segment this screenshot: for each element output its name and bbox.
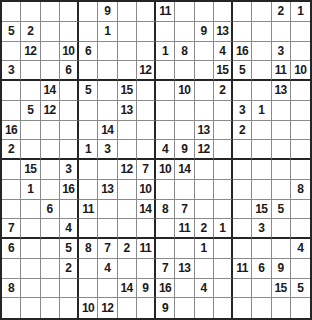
cell-r13c7-given[interactable]: 2: [118, 239, 137, 259]
cell-r11c5-given[interactable]: 11: [79, 200, 98, 220]
cell-r13c11-given[interactable]: 1: [195, 239, 214, 259]
cell-r14c6-given[interactable]: 4: [98, 259, 117, 279]
cell-r3c10-given[interactable]: 8: [175, 42, 194, 62]
cell-r7c4-empty[interactable]: [60, 121, 79, 141]
cell-r16c7-empty[interactable]: [118, 298, 137, 318]
cell-r2c13-empty[interactable]: [233, 22, 252, 42]
cell-r3c4-given[interactable]: 10: [60, 42, 79, 62]
cell-r2c14-empty[interactable]: [252, 22, 271, 42]
cell-r5c13-empty[interactable]: [233, 81, 252, 101]
cell-r5c11-empty[interactable]: [195, 81, 214, 101]
cell-r15c2-empty[interactable]: [21, 279, 40, 299]
cell-r11c6-empty[interactable]: [98, 200, 117, 220]
cell-r13c9-empty[interactable]: [156, 239, 175, 259]
cell-r1c9-given[interactable]: 11: [156, 2, 175, 22]
cell-r11c15-given[interactable]: 5: [272, 200, 291, 220]
cell-r15c8-given[interactable]: 9: [137, 279, 156, 299]
cell-r15c6-empty[interactable]: [98, 279, 117, 299]
cell-r9c10-given[interactable]: 14: [175, 160, 194, 180]
cell-r1c5-empty[interactable]: [79, 2, 98, 22]
cell-r4c5-empty[interactable]: [79, 61, 98, 81]
cell-r8c11-given[interactable]: 12: [195, 140, 214, 160]
cell-r6c2-given[interactable]: 5: [21, 101, 40, 121]
cell-r1c16-given[interactable]: 1: [291, 2, 310, 22]
cell-r7c2-empty[interactable]: [21, 121, 40, 141]
cell-r14c7-empty[interactable]: [118, 259, 137, 279]
cell-r14c16-empty[interactable]: [291, 259, 310, 279]
cell-r3c14-empty[interactable]: [252, 42, 271, 62]
cell-r1c6-given[interactable]: 9: [98, 2, 117, 22]
cell-r7c6-given[interactable]: 14: [98, 121, 117, 141]
cell-r3c16-empty[interactable]: [291, 42, 310, 62]
cell-r3c12-given[interactable]: 4: [214, 42, 233, 62]
cell-r1c11-empty[interactable]: [195, 2, 214, 22]
cell-r5c2-empty[interactable]: [21, 81, 40, 101]
cell-r9c14-empty[interactable]: [252, 160, 271, 180]
cell-r13c15-empty[interactable]: [272, 239, 291, 259]
cell-r2c10-empty[interactable]: [175, 22, 194, 42]
cell-r16c5-given[interactable]: 10: [79, 298, 98, 318]
cell-r8c13-empty[interactable]: [233, 140, 252, 160]
cell-r12c4-given[interactable]: 4: [60, 219, 79, 239]
cell-r10c3-empty[interactable]: [41, 180, 60, 200]
cell-r3c11-empty[interactable]: [195, 42, 214, 62]
cell-r16c10-empty[interactable]: [175, 298, 194, 318]
cell-r4c7-empty[interactable]: [118, 61, 137, 81]
cell-r7c10-empty[interactable]: [175, 121, 194, 141]
cell-r14c8-empty[interactable]: [137, 259, 156, 279]
cell-r12c6-empty[interactable]: [98, 219, 117, 239]
cell-r12c10-given[interactable]: 11: [175, 219, 194, 239]
cell-r10c7-empty[interactable]: [118, 180, 137, 200]
cell-r11c2-empty[interactable]: [21, 200, 40, 220]
cell-r7c1-given[interactable]: 16: [2, 121, 21, 141]
cell-r10c11-empty[interactable]: [195, 180, 214, 200]
cell-r10c12-empty[interactable]: [214, 180, 233, 200]
cell-r16c12-empty[interactable]: [214, 298, 233, 318]
cell-r14c4-given[interactable]: 2: [60, 259, 79, 279]
cell-r8c2-empty[interactable]: [21, 140, 40, 160]
cell-r1c2-empty[interactable]: [21, 2, 40, 22]
cell-r4c13-given[interactable]: 5: [233, 61, 252, 81]
cell-r4c11-empty[interactable]: [195, 61, 214, 81]
cell-r1c8-empty[interactable]: [137, 2, 156, 22]
cell-r2c2-given[interactable]: 2: [21, 22, 40, 42]
cell-r10c15-empty[interactable]: [272, 180, 291, 200]
cell-r10c4-given[interactable]: 16: [60, 180, 79, 200]
cell-r2c5-empty[interactable]: [79, 22, 98, 42]
cell-r7c5-empty[interactable]: [79, 121, 98, 141]
cell-r12c16-empty[interactable]: [291, 219, 310, 239]
cell-r6c5-empty[interactable]: [79, 101, 98, 121]
cell-r5c9-empty[interactable]: [156, 81, 175, 101]
cell-r5c15-given[interactable]: 13: [272, 81, 291, 101]
cell-r8c15-empty[interactable]: [272, 140, 291, 160]
cell-r5c16-empty[interactable]: [291, 81, 310, 101]
cell-r1c12-empty[interactable]: [214, 2, 233, 22]
cell-r11c16-empty[interactable]: [291, 200, 310, 220]
cell-r13c10-empty[interactable]: [175, 239, 194, 259]
cell-r9c16-empty[interactable]: [291, 160, 310, 180]
cell-r7c11-given[interactable]: 13: [195, 121, 214, 141]
cell-r9c1-empty[interactable]: [2, 160, 21, 180]
cell-r11c3-given[interactable]: 6: [41, 200, 60, 220]
cell-r3c15-given[interactable]: 3: [272, 42, 291, 62]
cell-r16c3-empty[interactable]: [41, 298, 60, 318]
cell-r16c9-given[interactable]: 9: [156, 298, 175, 318]
cell-r10c1-empty[interactable]: [2, 180, 21, 200]
cell-r4c6-empty[interactable]: [98, 61, 117, 81]
cell-r1c7-empty[interactable]: [118, 2, 137, 22]
cell-r3c13-given[interactable]: 16: [233, 42, 252, 62]
cell-r1c10-empty[interactable]: [175, 2, 194, 22]
cell-r13c5-given[interactable]: 8: [79, 239, 98, 259]
cell-r13c12-empty[interactable]: [214, 239, 233, 259]
cell-r6c10-empty[interactable]: [175, 101, 194, 121]
cell-r3c6-empty[interactable]: [98, 42, 117, 62]
cell-r8c1-given[interactable]: 2: [2, 140, 21, 160]
cell-r5c8-empty[interactable]: [137, 81, 156, 101]
cell-r11c1-empty[interactable]: [2, 200, 21, 220]
cell-r9c15-empty[interactable]: [272, 160, 291, 180]
cell-r10c13-empty[interactable]: [233, 180, 252, 200]
cell-r13c1-given[interactable]: 6: [2, 239, 21, 259]
cell-r6c15-empty[interactable]: [272, 101, 291, 121]
cell-r11c13-empty[interactable]: [233, 200, 252, 220]
cell-r12c5-empty[interactable]: [79, 219, 98, 239]
cell-r9c3-empty[interactable]: [41, 160, 60, 180]
cell-r11c8-given[interactable]: 14: [137, 200, 156, 220]
cell-r16c8-empty[interactable]: [137, 298, 156, 318]
cell-r5c7-given[interactable]: 15: [118, 81, 137, 101]
cell-r15c13-empty[interactable]: [233, 279, 252, 299]
cell-r3c9-given[interactable]: 1: [156, 42, 175, 62]
cell-r14c2-empty[interactable]: [21, 259, 40, 279]
cell-r5c12-given[interactable]: 2: [214, 81, 233, 101]
cell-r9c5-empty[interactable]: [79, 160, 98, 180]
cell-r8c7-empty[interactable]: [118, 140, 137, 160]
cell-r16c14-empty[interactable]: [252, 298, 271, 318]
cell-r2c1-given[interactable]: 5: [2, 22, 21, 42]
cell-r15c4-empty[interactable]: [60, 279, 79, 299]
cell-r4c1-given[interactable]: 3: [2, 61, 21, 81]
cell-r16c1-empty[interactable]: [2, 298, 21, 318]
cell-r1c3-empty[interactable]: [41, 2, 60, 22]
cell-r7c16-empty[interactable]: [291, 121, 310, 141]
cell-r6c7-given[interactable]: 13: [118, 101, 137, 121]
cell-r14c10-given[interactable]: 13: [175, 259, 194, 279]
cell-r15c11-given[interactable]: 4: [195, 279, 214, 299]
cell-r4c8-given[interactable]: 12: [137, 61, 156, 81]
cell-r14c1-empty[interactable]: [2, 259, 21, 279]
cell-r2c3-empty[interactable]: [41, 22, 60, 42]
cell-r2c4-empty[interactable]: [60, 22, 79, 42]
cell-r11c14-given[interactable]: 15: [252, 200, 271, 220]
cell-r4c2-empty[interactable]: [21, 61, 40, 81]
cell-r8c4-empty[interactable]: [60, 140, 79, 160]
cell-r6c12-empty[interactable]: [214, 101, 233, 121]
cell-r5c14-empty[interactable]: [252, 81, 271, 101]
cell-r7c3-empty[interactable]: [41, 121, 60, 141]
cell-r8c16-empty[interactable]: [291, 140, 310, 160]
cell-r14c5-empty[interactable]: [79, 259, 98, 279]
cell-r8c14-empty[interactable]: [252, 140, 271, 160]
sudoku-board: 9112152191312106184163361215511101451510…: [0, 0, 312, 320]
cell-r12c14-given[interactable]: 3: [252, 219, 271, 239]
cell-r15c3-empty[interactable]: [41, 279, 60, 299]
cell-r14c12-empty[interactable]: [214, 259, 233, 279]
cell-r1c13-empty[interactable]: [233, 2, 252, 22]
cell-r4c16-given[interactable]: 10: [291, 61, 310, 81]
cell-r6c11-empty[interactable]: [195, 101, 214, 121]
cell-r2c9-empty[interactable]: [156, 22, 175, 42]
cell-r9c8-given[interactable]: 7: [137, 160, 156, 180]
cell-r11c9-given[interactable]: 8: [156, 200, 175, 220]
cell-r5c3-given[interactable]: 14: [41, 81, 60, 101]
cell-r4c10-empty[interactable]: [175, 61, 194, 81]
cell-r12c3-empty[interactable]: [41, 219, 60, 239]
cell-r12c8-empty[interactable]: [137, 219, 156, 239]
cell-r3c2-given[interactable]: 12: [21, 42, 40, 62]
cell-r1c4-empty[interactable]: [60, 2, 79, 22]
cell-r6c9-empty[interactable]: [156, 101, 175, 121]
cell-r15c1-given[interactable]: 8: [2, 279, 21, 299]
cell-r13c2-empty[interactable]: [21, 239, 40, 259]
cell-r6c14-given[interactable]: 1: [252, 101, 271, 121]
cell-r4c9-empty[interactable]: [156, 61, 175, 81]
cell-r8c6-given[interactable]: 3: [98, 140, 117, 160]
cell-r4c14-empty[interactable]: [252, 61, 271, 81]
cell-r9c7-given[interactable]: 12: [118, 160, 137, 180]
cell-r6c1-empty[interactable]: [2, 101, 21, 121]
cell-r13c8-given[interactable]: 11: [137, 239, 156, 259]
cell-r13c4-given[interactable]: 5: [60, 239, 79, 259]
cell-r10c2-given[interactable]: 1: [21, 180, 40, 200]
cell-r15c5-empty[interactable]: [79, 279, 98, 299]
cell-r12c13-empty[interactable]: [233, 219, 252, 239]
cell-r7c15-empty[interactable]: [272, 121, 291, 141]
cell-r12c11-given[interactable]: 2: [195, 219, 214, 239]
cell-r8c5-given[interactable]: 1: [79, 140, 98, 160]
cell-r9c13-empty[interactable]: [233, 160, 252, 180]
cell-r10c10-empty[interactable]: [175, 180, 194, 200]
cell-r5c1-empty[interactable]: [2, 81, 21, 101]
cell-r15c16-given[interactable]: 5: [291, 279, 310, 299]
cell-r14c3-empty[interactable]: [41, 259, 60, 279]
cell-r1c15-given[interactable]: 2: [272, 2, 291, 22]
cell-r12c9-empty[interactable]: [156, 219, 175, 239]
cell-r3c5-given[interactable]: 6: [79, 42, 98, 62]
cell-r2c15-empty[interactable]: [272, 22, 291, 42]
cell-r4c12-given[interactable]: 15: [214, 61, 233, 81]
cell-r10c8-given[interactable]: 10: [137, 180, 156, 200]
cell-r3c7-empty[interactable]: [118, 42, 137, 62]
cell-r13c14-empty[interactable]: [252, 239, 271, 259]
cell-r10c16-given[interactable]: 8: [291, 180, 310, 200]
cell-r2c16-empty[interactable]: [291, 22, 310, 42]
cell-r7c13-given[interactable]: 2: [233, 121, 252, 141]
cell-r3c3-empty[interactable]: [41, 42, 60, 62]
cell-r15c12-empty[interactable]: [214, 279, 233, 299]
cell-r9c9-given[interactable]: 10: [156, 160, 175, 180]
cell-r4c3-empty[interactable]: [41, 61, 60, 81]
cell-r2c12-given[interactable]: 13: [214, 22, 233, 42]
cell-r4c4-given[interactable]: 6: [60, 61, 79, 81]
cell-r10c6-given[interactable]: 13: [98, 180, 117, 200]
cell-r9c4-given[interactable]: 3: [60, 160, 79, 180]
cell-r16c13-empty[interactable]: [233, 298, 252, 318]
cell-r15c10-empty[interactable]: [175, 279, 194, 299]
cell-r7c7-empty[interactable]: [118, 121, 137, 141]
cell-r7c8-empty[interactable]: [137, 121, 156, 141]
cell-r7c14-empty[interactable]: [252, 121, 271, 141]
cell-r6c13-given[interactable]: 3: [233, 101, 252, 121]
cell-r11c7-empty[interactable]: [118, 200, 137, 220]
cell-r16c4-empty[interactable]: [60, 298, 79, 318]
cell-r12c2-empty[interactable]: [21, 219, 40, 239]
cell-r13c3-empty[interactable]: [41, 239, 60, 259]
cell-r9c11-empty[interactable]: [195, 160, 214, 180]
cell-r14c9-given[interactable]: 7: [156, 259, 175, 279]
cell-r6c4-empty[interactable]: [60, 101, 79, 121]
cell-r9c6-empty[interactable]: [98, 160, 117, 180]
cell-r12c12-given[interactable]: 1: [214, 219, 233, 239]
cell-r11c4-empty[interactable]: [60, 200, 79, 220]
cell-r1c1-empty[interactable]: [2, 2, 21, 22]
cell-r6c8-empty[interactable]: [137, 101, 156, 121]
cell-r15c15-given[interactable]: 15: [272, 279, 291, 299]
cell-r1c14-empty[interactable]: [252, 2, 271, 22]
cell-r16c15-empty[interactable]: [272, 298, 291, 318]
cell-r15c9-given[interactable]: 16: [156, 279, 175, 299]
cell-r6c16-empty[interactable]: [291, 101, 310, 121]
cell-r2c8-empty[interactable]: [137, 22, 156, 42]
cell-r15c14-empty[interactable]: [252, 279, 271, 299]
cell-r2c11-given[interactable]: 9: [195, 22, 214, 42]
cell-r8c10-given[interactable]: 9: [175, 140, 194, 160]
cell-r8c8-empty[interactable]: [137, 140, 156, 160]
cell-r5c4-empty[interactable]: [60, 81, 79, 101]
cell-r3c8-empty[interactable]: [137, 42, 156, 62]
cell-r13c16-given[interactable]: 4: [291, 239, 310, 259]
cell-r9c12-empty[interactable]: [214, 160, 233, 180]
cell-r15c7-given[interactable]: 14: [118, 279, 137, 299]
cell-r10c5-empty[interactable]: [79, 180, 98, 200]
cell-r16c2-empty[interactable]: [21, 298, 40, 318]
cell-r16c16-empty[interactable]: [291, 298, 310, 318]
cell-r14c11-empty[interactable]: [195, 259, 214, 279]
cell-r12c15-empty[interactable]: [272, 219, 291, 239]
cell-r9c2-given[interactable]: 15: [21, 160, 40, 180]
cell-r14c13-given[interactable]: 11: [233, 259, 252, 279]
cell-r16c11-empty[interactable]: [195, 298, 214, 318]
cell-r8c12-empty[interactable]: [214, 140, 233, 160]
cell-r13c6-given[interactable]: 7: [98, 239, 117, 259]
cell-r11c11-empty[interactable]: [195, 200, 214, 220]
cell-r11c10-given[interactable]: 7: [175, 200, 194, 220]
cell-r2c6-given[interactable]: 1: [98, 22, 117, 42]
cell-r5c10-given[interactable]: 10: [175, 81, 194, 101]
cell-r6c6-empty[interactable]: [98, 101, 117, 121]
cell-r16c6-given[interactable]: 12: [98, 298, 117, 318]
cell-r5c5-given[interactable]: 5: [79, 81, 98, 101]
cell-r6c3-given[interactable]: 12: [41, 101, 60, 121]
cell-r14c14-given[interactable]: 6: [252, 259, 271, 279]
cell-r14c15-given[interactable]: 9: [272, 259, 291, 279]
cell-r7c12-empty[interactable]: [214, 121, 233, 141]
cell-r10c9-empty[interactable]: [156, 180, 175, 200]
cell-r5c6-empty[interactable]: [98, 81, 117, 101]
cell-r8c3-empty[interactable]: [41, 140, 60, 160]
cell-r7c9-empty[interactable]: [156, 121, 175, 141]
cell-r3c1-empty[interactable]: [2, 42, 21, 62]
cell-r12c1-given[interactable]: 7: [2, 219, 21, 239]
cell-r4c15-given[interactable]: 11: [272, 61, 291, 81]
cell-r11c12-empty[interactable]: [214, 200, 233, 220]
cell-r8c9-given[interactable]: 4: [156, 140, 175, 160]
cell-r2c7-empty[interactable]: [118, 22, 137, 42]
cell-r10c14-empty[interactable]: [252, 180, 271, 200]
cell-r13c13-empty[interactable]: [233, 239, 252, 259]
cell-r12c7-empty[interactable]: [118, 219, 137, 239]
